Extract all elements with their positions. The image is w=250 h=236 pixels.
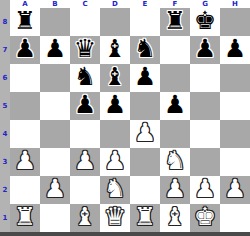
square-f3[interactable]: ♞ bbox=[160, 148, 190, 176]
square-f5[interactable]: ♟ bbox=[160, 92, 190, 120]
square-d3[interactable]: ♟ bbox=[100, 148, 130, 176]
rank-label-5: 5 bbox=[0, 92, 10, 120]
piece-white-knight-icon: ♞ bbox=[104, 176, 126, 203]
square-b1[interactable] bbox=[40, 204, 70, 232]
square-g3[interactable] bbox=[190, 148, 220, 176]
piece-black-pawn-icon: ♟ bbox=[164, 92, 186, 119]
piece-white-queen-icon: ♛ bbox=[104, 204, 126, 231]
square-h6[interactable] bbox=[220, 64, 250, 92]
chess-board-window: ABCDEFGH 87654321 ♜♜♚♟♟♛♝♞♟♟♞♝♟♟♟♟♟♟♟♟♞♟… bbox=[0, 0, 250, 236]
piece-black-pawn-icon: ♟ bbox=[134, 64, 156, 91]
square-d2[interactable]: ♞ bbox=[100, 176, 130, 204]
square-f1[interactable]: ♝ bbox=[160, 204, 190, 232]
piece-black-pawn-icon: ♟ bbox=[104, 92, 126, 119]
piece-white-king-icon: ♚ bbox=[194, 204, 216, 231]
file-label-row: ABCDEFGH bbox=[0, 0, 250, 8]
square-c6[interactable]: ♞ bbox=[70, 64, 100, 92]
file-label-f: F bbox=[160, 0, 190, 8]
square-h2[interactable]: ♟ bbox=[220, 176, 250, 204]
rank-label-1: 1 bbox=[0, 204, 10, 232]
file-label-b: B bbox=[40, 0, 70, 8]
file-label-g: G bbox=[190, 0, 220, 8]
file-label-d: D bbox=[100, 0, 130, 8]
piece-white-knight-icon: ♞ bbox=[164, 148, 186, 175]
piece-white-pawn-icon: ♟ bbox=[224, 176, 246, 203]
square-d6[interactable]: ♝ bbox=[100, 64, 130, 92]
square-f4[interactable] bbox=[160, 120, 190, 148]
square-g5[interactable] bbox=[190, 92, 220, 120]
piece-black-bishop-icon: ♝ bbox=[104, 64, 126, 91]
square-a2[interactable] bbox=[10, 176, 40, 204]
square-b6[interactable] bbox=[40, 64, 70, 92]
square-e1[interactable]: ♜ bbox=[130, 204, 160, 232]
piece-white-bishop-icon: ♝ bbox=[74, 204, 96, 231]
square-a4[interactable] bbox=[10, 120, 40, 148]
square-g7[interactable]: ♟ bbox=[190, 36, 220, 64]
square-g6[interactable] bbox=[190, 64, 220, 92]
board-corner bbox=[0, 0, 10, 8]
piece-white-rook-icon: ♜ bbox=[14, 204, 36, 231]
rank-label-2: 2 bbox=[0, 176, 10, 204]
piece-black-pawn-icon: ♟ bbox=[44, 36, 66, 63]
piece-black-rook-icon: ♜ bbox=[14, 8, 36, 35]
rank-label-3: 3 bbox=[0, 148, 10, 176]
piece-black-rook-icon: ♜ bbox=[164, 8, 186, 35]
square-e2[interactable] bbox=[130, 176, 160, 204]
square-f8[interactable]: ♜ bbox=[160, 8, 190, 36]
square-c3[interactable]: ♟ bbox=[70, 148, 100, 176]
piece-white-rook-icon: ♜ bbox=[134, 204, 156, 231]
square-g1[interactable]: ♚ bbox=[190, 204, 220, 232]
square-e7[interactable]: ♞ bbox=[130, 36, 160, 64]
chess-board: ♜♜♚♟♟♛♝♞♟♟♞♝♟♟♟♟♟♟♟♟♞♟♞♟♟♟♜♝♛♜♝♚ bbox=[10, 8, 250, 232]
square-h1[interactable] bbox=[220, 204, 250, 232]
piece-black-knight-icon: ♞ bbox=[74, 64, 96, 91]
rank-label-4: 4 bbox=[0, 120, 10, 148]
piece-white-pawn-icon: ♟ bbox=[14, 148, 36, 175]
square-h3[interactable] bbox=[220, 148, 250, 176]
square-b5[interactable] bbox=[40, 92, 70, 120]
piece-white-pawn-icon: ♟ bbox=[194, 176, 216, 203]
rank-label-7: 7 bbox=[0, 36, 10, 64]
piece-white-bishop-icon: ♝ bbox=[164, 204, 186, 231]
rank-label-column: 87654321 bbox=[0, 8, 10, 232]
square-e5[interactable] bbox=[130, 92, 160, 120]
square-e6[interactable]: ♟ bbox=[130, 64, 160, 92]
square-h5[interactable] bbox=[220, 92, 250, 120]
square-g4[interactable] bbox=[190, 120, 220, 148]
square-a6[interactable] bbox=[10, 64, 40, 92]
square-f2[interactable]: ♟ bbox=[160, 176, 190, 204]
piece-black-queen-icon: ♛ bbox=[74, 36, 96, 63]
square-a3[interactable]: ♟ bbox=[10, 148, 40, 176]
piece-white-pawn-icon: ♟ bbox=[134, 120, 156, 147]
square-e3[interactable] bbox=[130, 148, 160, 176]
square-c2[interactable] bbox=[70, 176, 100, 204]
square-h4[interactable] bbox=[220, 120, 250, 148]
square-c5[interactable]: ♟ bbox=[70, 92, 100, 120]
piece-black-bishop-icon: ♝ bbox=[104, 36, 126, 63]
rank-label-6: 6 bbox=[0, 64, 10, 92]
square-d7[interactable]: ♝ bbox=[100, 36, 130, 64]
square-b4[interactable] bbox=[40, 120, 70, 148]
square-e8[interactable] bbox=[130, 8, 160, 36]
square-b3[interactable] bbox=[40, 148, 70, 176]
square-c8[interactable] bbox=[70, 8, 100, 36]
board-bottom-border bbox=[0, 232, 250, 236]
square-a7[interactable]: ♟ bbox=[10, 36, 40, 64]
piece-white-pawn-icon: ♟ bbox=[44, 176, 66, 203]
square-c1[interactable]: ♝ bbox=[70, 204, 100, 232]
piece-black-pawn-icon: ♟ bbox=[224, 36, 246, 63]
file-label-c: C bbox=[70, 0, 100, 8]
square-d1[interactable]: ♛ bbox=[100, 204, 130, 232]
square-h8[interactable] bbox=[220, 8, 250, 36]
square-d4[interactable] bbox=[100, 120, 130, 148]
piece-black-pawn-icon: ♟ bbox=[14, 36, 36, 63]
square-b8[interactable] bbox=[40, 8, 70, 36]
square-e4[interactable]: ♟ bbox=[130, 120, 160, 148]
file-label-a: A bbox=[10, 0, 40, 8]
rank-label-8: 8 bbox=[0, 8, 10, 36]
square-d5[interactable]: ♟ bbox=[100, 92, 130, 120]
square-d8[interactable] bbox=[100, 8, 130, 36]
piece-white-pawn-icon: ♟ bbox=[74, 148, 96, 175]
square-h7[interactable]: ♟ bbox=[220, 36, 250, 64]
piece-black-pawn-icon: ♟ bbox=[74, 92, 96, 119]
file-label-h: H bbox=[220, 0, 250, 8]
piece-white-pawn-icon: ♟ bbox=[164, 176, 186, 203]
piece-black-knight-icon: ♞ bbox=[134, 36, 156, 63]
square-a1[interactable]: ♜ bbox=[10, 204, 40, 232]
square-a5[interactable] bbox=[10, 92, 40, 120]
square-c4[interactable] bbox=[70, 120, 100, 148]
square-f7[interactable] bbox=[160, 36, 190, 64]
square-b7[interactable]: ♟ bbox=[40, 36, 70, 64]
square-g2[interactable]: ♟ bbox=[190, 176, 220, 204]
piece-black-king-icon: ♚ bbox=[194, 8, 216, 35]
square-f6[interactable] bbox=[160, 64, 190, 92]
square-g8[interactable]: ♚ bbox=[190, 8, 220, 36]
piece-black-pawn-icon: ♟ bbox=[194, 36, 216, 63]
square-c7[interactable]: ♛ bbox=[70, 36, 100, 64]
square-a8[interactable]: ♜ bbox=[10, 8, 40, 36]
file-label-e: E bbox=[130, 0, 160, 8]
piece-white-pawn-icon: ♟ bbox=[104, 148, 126, 175]
square-b2[interactable]: ♟ bbox=[40, 176, 70, 204]
